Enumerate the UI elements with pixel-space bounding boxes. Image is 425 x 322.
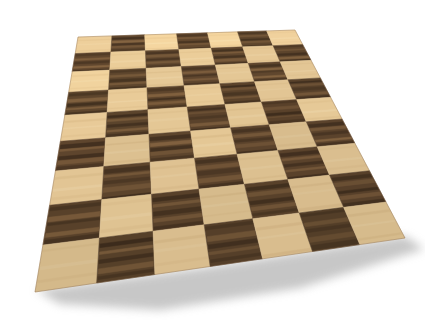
checkerboard-rug xyxy=(0,0,425,322)
rug-board-photo xyxy=(0,0,425,322)
